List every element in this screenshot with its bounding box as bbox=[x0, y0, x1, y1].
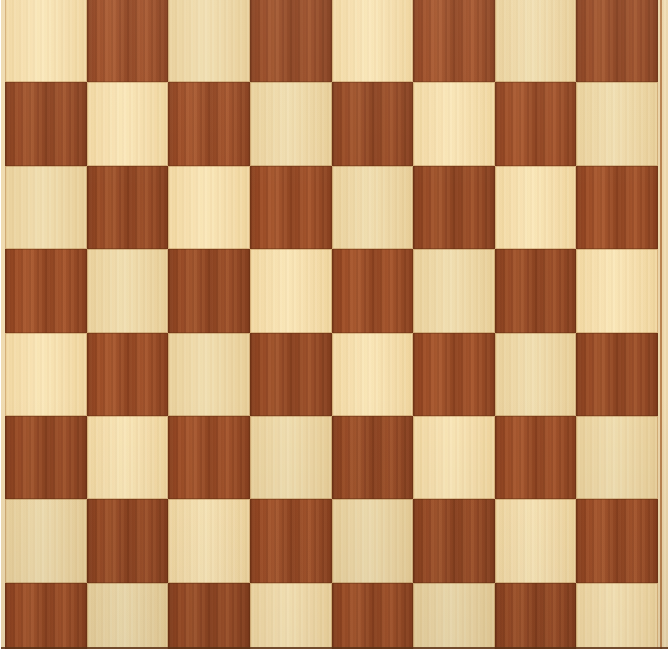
square-a7 bbox=[5, 82, 87, 165]
square-h5 bbox=[576, 249, 658, 332]
square-h1 bbox=[576, 583, 658, 649]
square-g7 bbox=[495, 82, 577, 165]
square-g2 bbox=[495, 499, 577, 582]
square-d8 bbox=[250, 0, 332, 82]
square-b7 bbox=[87, 82, 169, 165]
square-a5 bbox=[5, 249, 87, 332]
square-e8 bbox=[332, 0, 414, 82]
square-e5 bbox=[332, 249, 414, 332]
square-d5 bbox=[250, 249, 332, 332]
square-d6 bbox=[250, 166, 332, 249]
square-a6 bbox=[5, 166, 87, 249]
square-f4 bbox=[413, 333, 495, 416]
square-f8 bbox=[413, 0, 495, 82]
square-d7 bbox=[250, 82, 332, 165]
square-h6 bbox=[576, 166, 658, 249]
square-c1 bbox=[168, 583, 250, 649]
square-h8 bbox=[576, 0, 658, 82]
square-f5 bbox=[413, 249, 495, 332]
square-f2 bbox=[413, 499, 495, 582]
square-g8 bbox=[495, 0, 577, 82]
square-a1 bbox=[5, 583, 87, 649]
square-e6 bbox=[332, 166, 414, 249]
board-frame-right-seam bbox=[660, 0, 662, 649]
square-h7 bbox=[576, 82, 658, 165]
square-g1 bbox=[495, 583, 577, 649]
square-c7 bbox=[168, 82, 250, 165]
square-b5 bbox=[87, 249, 169, 332]
square-f1 bbox=[413, 583, 495, 649]
square-b1 bbox=[87, 583, 169, 649]
square-c3 bbox=[168, 416, 250, 499]
square-c5 bbox=[168, 249, 250, 332]
chess-board bbox=[5, 0, 658, 649]
square-c6 bbox=[168, 166, 250, 249]
square-g3 bbox=[495, 416, 577, 499]
square-c4 bbox=[168, 333, 250, 416]
square-e3 bbox=[332, 416, 414, 499]
square-c8 bbox=[168, 0, 250, 82]
square-g5 bbox=[495, 249, 577, 332]
photo-left-edge bbox=[0, 0, 1, 649]
square-h3 bbox=[576, 416, 658, 499]
square-d2 bbox=[250, 499, 332, 582]
square-c2 bbox=[168, 499, 250, 582]
square-a8 bbox=[5, 0, 87, 82]
square-a2 bbox=[5, 499, 87, 582]
square-f6 bbox=[413, 166, 495, 249]
square-d3 bbox=[250, 416, 332, 499]
square-e1 bbox=[332, 583, 414, 649]
square-b2 bbox=[87, 499, 169, 582]
square-b8 bbox=[87, 0, 169, 82]
square-g6 bbox=[495, 166, 577, 249]
square-a3 bbox=[5, 416, 87, 499]
square-d1 bbox=[250, 583, 332, 649]
square-a4 bbox=[5, 333, 87, 416]
square-b6 bbox=[87, 166, 169, 249]
square-f7 bbox=[413, 82, 495, 165]
square-d4 bbox=[250, 333, 332, 416]
square-e4 bbox=[332, 333, 414, 416]
square-b4 bbox=[87, 333, 169, 416]
square-e7 bbox=[332, 82, 414, 165]
square-g4 bbox=[495, 333, 577, 416]
square-b3 bbox=[87, 416, 169, 499]
square-h2 bbox=[576, 499, 658, 582]
square-h4 bbox=[576, 333, 658, 416]
square-e2 bbox=[332, 499, 414, 582]
chessboard-photo bbox=[0, 0, 668, 649]
square-f3 bbox=[413, 416, 495, 499]
